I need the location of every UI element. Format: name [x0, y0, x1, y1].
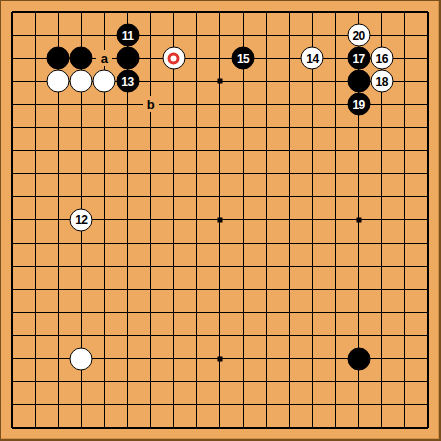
- board-intersection[interactable]: [255, 301, 278, 324]
- board-intersection[interactable]: [324, 255, 347, 278]
- board-intersection[interactable]: [47, 93, 70, 116]
- board-intersection[interactable]: [208, 324, 231, 347]
- board-intersection[interactable]: [93, 24, 116, 47]
- board-intersection[interactable]: [93, 324, 116, 347]
- board-intersection[interactable]: [393, 324, 416, 347]
- board-intersection[interactable]: [93, 278, 116, 301]
- board-intersection[interactable]: 20: [347, 24, 370, 47]
- board-intersection[interactable]: [324, 185, 347, 208]
- board-intersection[interactable]: [139, 370, 162, 393]
- board-intersection[interactable]: 11: [116, 24, 139, 47]
- board-intersection[interactable]: [116, 116, 139, 139]
- board-intersection[interactable]: [70, 278, 93, 301]
- board-intersection[interactable]: a: [93, 47, 116, 70]
- board-intersection[interactable]: [0, 278, 23, 301]
- board-intersection[interactable]: [255, 347, 278, 370]
- board-intersection[interactable]: [139, 139, 162, 162]
- board-intersection[interactable]: [324, 70, 347, 93]
- board-intersection[interactable]: [185, 393, 208, 416]
- board-intersection[interactable]: [185, 116, 208, 139]
- board-intersection[interactable]: [162, 162, 185, 185]
- board-intersection[interactable]: [116, 393, 139, 416]
- board-intersection[interactable]: [255, 232, 278, 255]
- board-intersection[interactable]: [0, 70, 23, 93]
- board-intersection[interactable]: [370, 139, 393, 162]
- board-intersection[interactable]: [0, 370, 23, 393]
- board-intersection[interactable]: [278, 47, 301, 70]
- board-intersection[interactable]: [370, 116, 393, 139]
- board-intersection[interactable]: [139, 393, 162, 416]
- board-intersection[interactable]: [208, 301, 231, 324]
- board-intersection[interactable]: [70, 324, 93, 347]
- board-intersection[interactable]: [139, 24, 162, 47]
- board-intersection[interactable]: [24, 208, 47, 231]
- board-intersection[interactable]: [278, 70, 301, 93]
- board-intersection[interactable]: [24, 47, 47, 70]
- board-intersection[interactable]: [93, 301, 116, 324]
- board-intersection[interactable]: [93, 116, 116, 139]
- board-intersection[interactable]: [162, 139, 185, 162]
- board-intersection[interactable]: [47, 301, 70, 324]
- board-intersection[interactable]: [185, 370, 208, 393]
- board-intersection[interactable]: [208, 232, 231, 255]
- board-intersection[interactable]: [70, 93, 93, 116]
- board-intersection[interactable]: [301, 232, 324, 255]
- board-intersection[interactable]: [116, 232, 139, 255]
- board-intersection[interactable]: [162, 47, 185, 70]
- board-intersection[interactable]: [139, 162, 162, 185]
- board-intersection[interactable]: [324, 324, 347, 347]
- board-intersection[interactable]: [24, 324, 47, 347]
- board-intersection[interactable]: [393, 416, 416, 439]
- board-intersection[interactable]: [208, 70, 231, 93]
- board-intersection[interactable]: [70, 370, 93, 393]
- board-intersection[interactable]: [162, 232, 185, 255]
- board-intersection[interactable]: [370, 208, 393, 231]
- board-intersection[interactable]: [24, 162, 47, 185]
- board-intersection[interactable]: [416, 0, 439, 23]
- board-intersection[interactable]: [324, 208, 347, 231]
- board-intersection[interactable]: [416, 416, 439, 439]
- board-intersection[interactable]: [255, 255, 278, 278]
- board-intersection[interactable]: 14: [301, 47, 324, 70]
- board-intersection[interactable]: [162, 393, 185, 416]
- board-intersection[interactable]: [370, 370, 393, 393]
- board-intersection[interactable]: [70, 47, 93, 70]
- board-intersection[interactable]: [232, 162, 255, 185]
- board-intersection[interactable]: [416, 24, 439, 47]
- board-intersection[interactable]: [24, 232, 47, 255]
- board-intersection[interactable]: [278, 416, 301, 439]
- board-intersection[interactable]: [185, 255, 208, 278]
- board-intersection[interactable]: 13: [116, 70, 139, 93]
- board-intersection[interactable]: [208, 278, 231, 301]
- board-intersection[interactable]: [139, 301, 162, 324]
- board-intersection[interactable]: [255, 278, 278, 301]
- board-intersection[interactable]: [162, 185, 185, 208]
- board-intersection[interactable]: [185, 70, 208, 93]
- board-intersection[interactable]: [301, 24, 324, 47]
- board-intersection[interactable]: [416, 370, 439, 393]
- board-intersection[interactable]: [393, 185, 416, 208]
- board-intersection[interactable]: [393, 47, 416, 70]
- board-intersection[interactable]: [162, 70, 185, 93]
- board-intersection[interactable]: [393, 162, 416, 185]
- board-intersection[interactable]: [185, 232, 208, 255]
- board-intersection[interactable]: [24, 139, 47, 162]
- board-intersection[interactable]: [255, 416, 278, 439]
- board-intersection[interactable]: [116, 162, 139, 185]
- board-intersection[interactable]: [278, 93, 301, 116]
- board-intersection[interactable]: [0, 208, 23, 231]
- board-intersection[interactable]: [93, 93, 116, 116]
- board-intersection[interactable]: [416, 301, 439, 324]
- board-intersection[interactable]: [139, 255, 162, 278]
- board-intersection[interactable]: [255, 393, 278, 416]
- board-intersection[interactable]: [232, 116, 255, 139]
- board-intersection[interactable]: [347, 347, 370, 370]
- board-intersection[interactable]: [278, 370, 301, 393]
- board-intersection[interactable]: [70, 185, 93, 208]
- board-intersection[interactable]: [185, 93, 208, 116]
- board-intersection[interactable]: [116, 93, 139, 116]
- board-intersection[interactable]: [278, 324, 301, 347]
- board-intersection[interactable]: [347, 416, 370, 439]
- board-intersection[interactable]: [24, 255, 47, 278]
- board-intersection[interactable]: [162, 347, 185, 370]
- board-intersection[interactable]: [185, 0, 208, 23]
- board-intersection[interactable]: [116, 278, 139, 301]
- board-intersection[interactable]: [47, 139, 70, 162]
- board-intersection[interactable]: [208, 47, 231, 70]
- board-intersection[interactable]: [278, 0, 301, 23]
- board-intersection[interactable]: [255, 93, 278, 116]
- board-intersection[interactable]: [208, 162, 231, 185]
- board-intersection[interactable]: [324, 47, 347, 70]
- board-intersection[interactable]: [416, 162, 439, 185]
- board-intersection[interactable]: [47, 208, 70, 231]
- board-intersection[interactable]: [70, 232, 93, 255]
- board-intersection[interactable]: [93, 416, 116, 439]
- board-intersection[interactable]: [139, 47, 162, 70]
- board-intersection[interactable]: [393, 139, 416, 162]
- board-intersection[interactable]: [370, 185, 393, 208]
- board-intersection[interactable]: [255, 47, 278, 70]
- board-intersection[interactable]: [47, 116, 70, 139]
- board-intersection[interactable]: [47, 393, 70, 416]
- board-intersection[interactable]: [278, 162, 301, 185]
- board-intersection[interactable]: [347, 116, 370, 139]
- board-intersection[interactable]: [116, 0, 139, 23]
- board-intersection[interactable]: [47, 47, 70, 70]
- board-intersection[interactable]: [24, 370, 47, 393]
- board-intersection[interactable]: [301, 93, 324, 116]
- board-intersection[interactable]: [324, 347, 347, 370]
- board-intersection[interactable]: [255, 139, 278, 162]
- board-intersection[interactable]: [416, 324, 439, 347]
- board-intersection[interactable]: [278, 24, 301, 47]
- board-intersection[interactable]: [162, 0, 185, 23]
- board-intersection[interactable]: 15: [232, 47, 255, 70]
- board-intersection[interactable]: [185, 162, 208, 185]
- board-intersection[interactable]: [208, 347, 231, 370]
- board-intersection[interactable]: [93, 255, 116, 278]
- board-intersection[interactable]: [370, 24, 393, 47]
- board-intersection[interactable]: [24, 301, 47, 324]
- board-intersection[interactable]: [162, 116, 185, 139]
- board-intersection[interactable]: [0, 162, 23, 185]
- board-intersection[interactable]: 19: [347, 93, 370, 116]
- board-intersection[interactable]: [116, 347, 139, 370]
- board-intersection[interactable]: [232, 255, 255, 278]
- board-intersection[interactable]: [47, 278, 70, 301]
- board-intersection[interactable]: [324, 24, 347, 47]
- board-intersection[interactable]: [24, 93, 47, 116]
- board-intersection[interactable]: [324, 278, 347, 301]
- board-intersection[interactable]: [47, 162, 70, 185]
- board-intersection[interactable]: [347, 278, 370, 301]
- board-intersection[interactable]: [185, 347, 208, 370]
- board-intersection[interactable]: [232, 93, 255, 116]
- board-intersection[interactable]: [208, 0, 231, 23]
- board-intersection[interactable]: [24, 393, 47, 416]
- board-intersection[interactable]: [232, 416, 255, 439]
- board-intersection[interactable]: [255, 370, 278, 393]
- board-intersection[interactable]: [0, 47, 23, 70]
- board-intersection[interactable]: [93, 0, 116, 23]
- board-intersection[interactable]: [116, 47, 139, 70]
- board-intersection[interactable]: [47, 232, 70, 255]
- board-intersection[interactable]: [393, 393, 416, 416]
- board-intersection[interactable]: [416, 47, 439, 70]
- board-intersection[interactable]: [232, 301, 255, 324]
- board-intersection[interactable]: [162, 93, 185, 116]
- board-intersection[interactable]: [0, 301, 23, 324]
- board-intersection[interactable]: [301, 0, 324, 23]
- board-intersection[interactable]: [208, 24, 231, 47]
- board-intersection[interactable]: [416, 347, 439, 370]
- board-intersection[interactable]: [47, 255, 70, 278]
- board-intersection[interactable]: [70, 255, 93, 278]
- board-intersection[interactable]: [232, 278, 255, 301]
- board-intersection[interactable]: [393, 255, 416, 278]
- board-intersection[interactable]: [139, 116, 162, 139]
- board-intersection[interactable]: [93, 208, 116, 231]
- board-intersection[interactable]: [301, 370, 324, 393]
- board-intersection[interactable]: [139, 278, 162, 301]
- board-intersection[interactable]: [47, 0, 70, 23]
- board-intersection[interactable]: [70, 116, 93, 139]
- board-intersection[interactable]: [301, 324, 324, 347]
- board-intersection[interactable]: [93, 70, 116, 93]
- board-intersection[interactable]: [116, 370, 139, 393]
- board-intersection[interactable]: [347, 393, 370, 416]
- board-intersection[interactable]: [24, 278, 47, 301]
- board-intersection[interactable]: [232, 208, 255, 231]
- board-intersection[interactable]: [185, 324, 208, 347]
- board-intersection[interactable]: [93, 232, 116, 255]
- board-intersection[interactable]: [139, 416, 162, 439]
- board-intersection[interactable]: [185, 278, 208, 301]
- board-intersection[interactable]: [70, 416, 93, 439]
- board-intersection[interactable]: [208, 393, 231, 416]
- board-intersection[interactable]: [0, 93, 23, 116]
- board-intersection[interactable]: [47, 324, 70, 347]
- board-intersection[interactable]: [278, 232, 301, 255]
- board-intersection[interactable]: [70, 301, 93, 324]
- board-intersection[interactable]: [255, 0, 278, 23]
- board-intersection[interactable]: [347, 162, 370, 185]
- board-intersection[interactable]: [232, 393, 255, 416]
- board-intersection[interactable]: [24, 347, 47, 370]
- board-intersection[interactable]: [93, 162, 116, 185]
- board-intersection[interactable]: [370, 278, 393, 301]
- board-intersection[interactable]: [416, 185, 439, 208]
- board-intersection[interactable]: [324, 370, 347, 393]
- board-intersection[interactable]: [24, 185, 47, 208]
- board-intersection[interactable]: [301, 139, 324, 162]
- board-intersection[interactable]: [139, 185, 162, 208]
- board-intersection[interactable]: [139, 324, 162, 347]
- board-intersection[interactable]: [93, 139, 116, 162]
- board-intersection[interactable]: [347, 370, 370, 393]
- board-intersection[interactable]: [70, 162, 93, 185]
- board-intersection[interactable]: [116, 139, 139, 162]
- board-intersection[interactable]: [255, 185, 278, 208]
- board-intersection[interactable]: [232, 0, 255, 23]
- board-intersection[interactable]: [301, 347, 324, 370]
- board-intersection[interactable]: [370, 232, 393, 255]
- board-intersection[interactable]: [393, 0, 416, 23]
- board-intersection[interactable]: [24, 70, 47, 93]
- board-intersection[interactable]: [208, 185, 231, 208]
- board-intersection[interactable]: [0, 324, 23, 347]
- board-intersection[interactable]: [24, 0, 47, 23]
- board-intersection[interactable]: [185, 24, 208, 47]
- board-intersection[interactable]: [301, 255, 324, 278]
- board-intersection[interactable]: [24, 416, 47, 439]
- board-intersection[interactable]: [324, 393, 347, 416]
- board-intersection[interactable]: [162, 301, 185, 324]
- board-intersection[interactable]: [416, 393, 439, 416]
- board-intersection[interactable]: [162, 278, 185, 301]
- board-intersection[interactable]: [70, 24, 93, 47]
- board-intersection[interactable]: [70, 70, 93, 93]
- board-intersection[interactable]: [278, 347, 301, 370]
- board-intersection[interactable]: [370, 301, 393, 324]
- board-intersection[interactable]: [47, 24, 70, 47]
- board-intersection[interactable]: [255, 116, 278, 139]
- board-intersection[interactable]: [393, 93, 416, 116]
- board-intersection[interactable]: [347, 301, 370, 324]
- board-intersection[interactable]: [0, 185, 23, 208]
- board-intersection[interactable]: [347, 0, 370, 23]
- board-intersection[interactable]: [47, 347, 70, 370]
- board-intersection[interactable]: [162, 24, 185, 47]
- board-intersection[interactable]: [347, 232, 370, 255]
- board-intersection[interactable]: [255, 24, 278, 47]
- board-intersection[interactable]: [301, 116, 324, 139]
- board-intersection[interactable]: [370, 162, 393, 185]
- board-intersection[interactable]: [370, 0, 393, 23]
- board-intersection[interactable]: [24, 24, 47, 47]
- board-intersection[interactable]: [278, 116, 301, 139]
- board-intersection[interactable]: [416, 232, 439, 255]
- board-intersection[interactable]: [255, 162, 278, 185]
- board-intersection[interactable]: [139, 208, 162, 231]
- board-intersection[interactable]: [116, 301, 139, 324]
- board-intersection[interactable]: [116, 185, 139, 208]
- board-intersection[interactable]: b: [139, 93, 162, 116]
- board-intersection[interactable]: [139, 0, 162, 23]
- board-intersection[interactable]: [208, 208, 231, 231]
- board-intersection[interactable]: [324, 116, 347, 139]
- board-intersection[interactable]: [24, 116, 47, 139]
- board-intersection[interactable]: [0, 347, 23, 370]
- board-intersection[interactable]: [47, 370, 70, 393]
- board-intersection[interactable]: 18: [370, 70, 393, 93]
- board-intersection[interactable]: [393, 370, 416, 393]
- board-intersection[interactable]: [278, 185, 301, 208]
- board-intersection[interactable]: [0, 116, 23, 139]
- board-intersection[interactable]: [208, 255, 231, 278]
- board-intersection[interactable]: [393, 24, 416, 47]
- board-intersection[interactable]: [116, 324, 139, 347]
- board-intersection[interactable]: [347, 185, 370, 208]
- board-intersection[interactable]: [301, 208, 324, 231]
- board-intersection[interactable]: [93, 370, 116, 393]
- board-intersection[interactable]: [93, 185, 116, 208]
- board-intersection[interactable]: [70, 0, 93, 23]
- board-intersection[interactable]: [70, 393, 93, 416]
- board-intersection[interactable]: [278, 208, 301, 231]
- board-intersection[interactable]: [370, 93, 393, 116]
- board-intersection[interactable]: [208, 93, 231, 116]
- board-intersection[interactable]: [0, 393, 23, 416]
- board-intersection[interactable]: [278, 255, 301, 278]
- board-intersection[interactable]: [255, 324, 278, 347]
- board-intersection[interactable]: [70, 347, 93, 370]
- board-intersection[interactable]: [347, 324, 370, 347]
- board-intersection[interactable]: [347, 255, 370, 278]
- board-intersection[interactable]: [278, 393, 301, 416]
- board-intersection[interactable]: [416, 93, 439, 116]
- board-intersection[interactable]: [301, 278, 324, 301]
- board-intersection[interactable]: [0, 416, 23, 439]
- board-intersection[interactable]: [162, 208, 185, 231]
- board-intersection[interactable]: [0, 232, 23, 255]
- board-intersection[interactable]: [116, 208, 139, 231]
- board-intersection[interactable]: [232, 139, 255, 162]
- board-intersection[interactable]: [393, 70, 416, 93]
- board-intersection[interactable]: [47, 416, 70, 439]
- board-intersection[interactable]: [301, 185, 324, 208]
- board-intersection[interactable]: [393, 232, 416, 255]
- board-intersection[interactable]: [0, 139, 23, 162]
- board-intersection[interactable]: [162, 370, 185, 393]
- board-intersection[interactable]: [416, 255, 439, 278]
- board-intersection[interactable]: [208, 116, 231, 139]
- board-intersection[interactable]: [301, 301, 324, 324]
- board-intersection[interactable]: [324, 0, 347, 23]
- board-intersection[interactable]: [370, 324, 393, 347]
- board-intersection[interactable]: [416, 70, 439, 93]
- board-intersection[interactable]: 16: [370, 47, 393, 70]
- board-intersection[interactable]: [324, 93, 347, 116]
- board-intersection[interactable]: [93, 347, 116, 370]
- board-intersection[interactable]: [370, 347, 393, 370]
- board-intersection[interactable]: [116, 255, 139, 278]
